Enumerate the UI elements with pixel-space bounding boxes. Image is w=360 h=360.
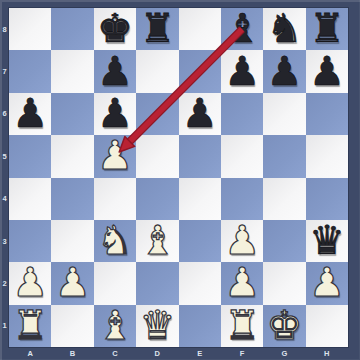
square-b7[interactable] xyxy=(51,50,93,92)
piece-black-pawn[interactable]: ♟ xyxy=(182,93,218,133)
file-label-e: E xyxy=(179,347,221,360)
square-b5[interactable] xyxy=(51,135,93,177)
square-a2[interactable]: ♟ xyxy=(9,262,51,304)
square-f8[interactable]: ♝ xyxy=(221,8,263,50)
square-b6[interactable] xyxy=(51,93,93,135)
piece-black-pawn[interactable]: ♟ xyxy=(224,51,260,91)
square-e4[interactable] xyxy=(179,178,221,220)
rank-label-4: 4 xyxy=(0,178,9,220)
square-b3[interactable] xyxy=(51,220,93,262)
piece-white-knight[interactable]: ♞ xyxy=(97,220,133,260)
file-label-g: G xyxy=(263,347,305,360)
square-h7[interactable]: ♟ xyxy=(306,50,348,92)
piece-white-bishop[interactable]: ♝ xyxy=(139,220,175,260)
square-g5[interactable] xyxy=(263,135,305,177)
square-f3[interactable]: ♟ xyxy=(221,220,263,262)
piece-white-queen[interactable]: ♛ xyxy=(139,305,175,345)
rank-label-2: 2 xyxy=(0,262,9,304)
piece-black-knight[interactable]: ♞ xyxy=(267,8,303,48)
square-f5[interactable] xyxy=(221,135,263,177)
square-f1[interactable]: ♜ xyxy=(221,305,263,347)
square-d2[interactable] xyxy=(136,262,178,304)
square-a1[interactable]: ♜ xyxy=(9,305,51,347)
square-c6[interactable]: ♟ xyxy=(94,93,136,135)
file-label-d: D xyxy=(136,347,178,360)
square-h1[interactable] xyxy=(306,305,348,347)
rank-label-1: 1 xyxy=(0,305,9,347)
square-f6[interactable] xyxy=(221,93,263,135)
square-g8[interactable]: ♞ xyxy=(263,8,305,50)
square-g1[interactable]: ♚ xyxy=(263,305,305,347)
square-a3[interactable] xyxy=(9,220,51,262)
square-b1[interactable] xyxy=(51,305,93,347)
piece-black-king[interactable]: ♚ xyxy=(97,8,133,48)
piece-white-rook[interactable]: ♜ xyxy=(12,305,48,345)
file-label-a: A xyxy=(9,347,51,360)
square-h6[interactable] xyxy=(306,93,348,135)
square-h4[interactable] xyxy=(306,178,348,220)
square-h2[interactable]: ♟ xyxy=(306,262,348,304)
square-f2[interactable]: ♟ xyxy=(221,262,263,304)
square-d1[interactable]: ♛ xyxy=(136,305,178,347)
square-d7[interactable] xyxy=(136,50,178,92)
square-c7[interactable]: ♟ xyxy=(94,50,136,92)
square-b4[interactable] xyxy=(51,178,93,220)
square-e2[interactable] xyxy=(179,262,221,304)
piece-white-pawn[interactable]: ♟ xyxy=(12,262,48,302)
piece-black-pawn[interactable]: ♟ xyxy=(267,51,303,91)
square-g2[interactable] xyxy=(263,262,305,304)
square-a6[interactable]: ♟ xyxy=(9,93,51,135)
piece-black-pawn[interactable]: ♟ xyxy=(97,51,133,91)
square-c1[interactable]: ♝ xyxy=(94,305,136,347)
square-h5[interactable] xyxy=(306,135,348,177)
square-e8[interactable] xyxy=(179,8,221,50)
square-f4[interactable] xyxy=(221,178,263,220)
piece-white-rook[interactable]: ♜ xyxy=(224,305,260,345)
rank-label-3: 3 xyxy=(0,220,9,262)
square-a4[interactable] xyxy=(9,178,51,220)
square-h8[interactable]: ♜ xyxy=(306,8,348,50)
file-label-b: B xyxy=(51,347,93,360)
square-e6[interactable]: ♟ xyxy=(179,93,221,135)
square-b8[interactable] xyxy=(51,8,93,50)
rank-label-7: 7 xyxy=(0,50,9,92)
piece-white-pawn[interactable]: ♟ xyxy=(309,262,345,302)
chess-board-frame: ♚♜♝♞♜♟♟♟♟♟♟♟♟♞♝♟♛♟♟♟♟♜♝♛♜♚ 87654321 ABCD… xyxy=(0,0,360,360)
square-d5[interactable] xyxy=(136,135,178,177)
square-c2[interactable] xyxy=(94,262,136,304)
file-label-f: F xyxy=(221,347,263,360)
square-b2[interactable]: ♟ xyxy=(51,262,93,304)
square-g6[interactable] xyxy=(263,93,305,135)
chess-board: ♚♜♝♞♜♟♟♟♟♟♟♟♟♞♝♟♛♟♟♟♟♜♝♛♜♚ xyxy=(9,8,348,347)
square-h3[interactable]: ♛ xyxy=(306,220,348,262)
piece-white-pawn[interactable]: ♟ xyxy=(55,262,91,302)
square-d3[interactable]: ♝ xyxy=(136,220,178,262)
file-label-c: C xyxy=(94,347,136,360)
piece-black-queen[interactable]: ♛ xyxy=(309,220,345,260)
rank-label-5: 5 xyxy=(0,135,9,177)
piece-black-pawn[interactable]: ♟ xyxy=(12,93,48,133)
piece-black-pawn[interactable]: ♟ xyxy=(309,51,345,91)
square-c3[interactable]: ♞ xyxy=(94,220,136,262)
square-f7[interactable]: ♟ xyxy=(221,50,263,92)
piece-black-rook[interactable]: ♜ xyxy=(309,8,345,48)
square-g3[interactable] xyxy=(263,220,305,262)
square-e5[interactable] xyxy=(179,135,221,177)
piece-white-pawn[interactable]: ♟ xyxy=(224,220,260,260)
piece-black-rook[interactable]: ♜ xyxy=(139,8,175,48)
rank-label-6: 6 xyxy=(0,93,9,135)
square-a7[interactable] xyxy=(9,50,51,92)
square-c5[interactable]: ♟ xyxy=(94,135,136,177)
piece-black-pawn[interactable]: ♟ xyxy=(97,93,133,133)
file-label-h: H xyxy=(306,347,348,360)
piece-white-bishop[interactable]: ♝ xyxy=(97,305,133,345)
square-d8[interactable]: ♜ xyxy=(136,8,178,50)
piece-white-king[interactable]: ♚ xyxy=(267,305,303,345)
square-g4[interactable] xyxy=(263,178,305,220)
square-e7[interactable] xyxy=(179,50,221,92)
square-d6[interactable] xyxy=(136,93,178,135)
piece-black-bishop[interactable]: ♝ xyxy=(224,8,260,48)
square-d4[interactable] xyxy=(136,178,178,220)
piece-white-pawn[interactable]: ♟ xyxy=(97,135,133,175)
square-e3[interactable] xyxy=(179,220,221,262)
square-g7[interactable]: ♟ xyxy=(263,50,305,92)
piece-white-pawn[interactable]: ♟ xyxy=(224,262,260,302)
square-c8[interactable]: ♚ xyxy=(94,8,136,50)
rank-label-8: 8 xyxy=(0,8,9,50)
square-a8[interactable] xyxy=(9,8,51,50)
square-e1[interactable] xyxy=(179,305,221,347)
square-a5[interactable] xyxy=(9,135,51,177)
square-c4[interactable] xyxy=(94,178,136,220)
